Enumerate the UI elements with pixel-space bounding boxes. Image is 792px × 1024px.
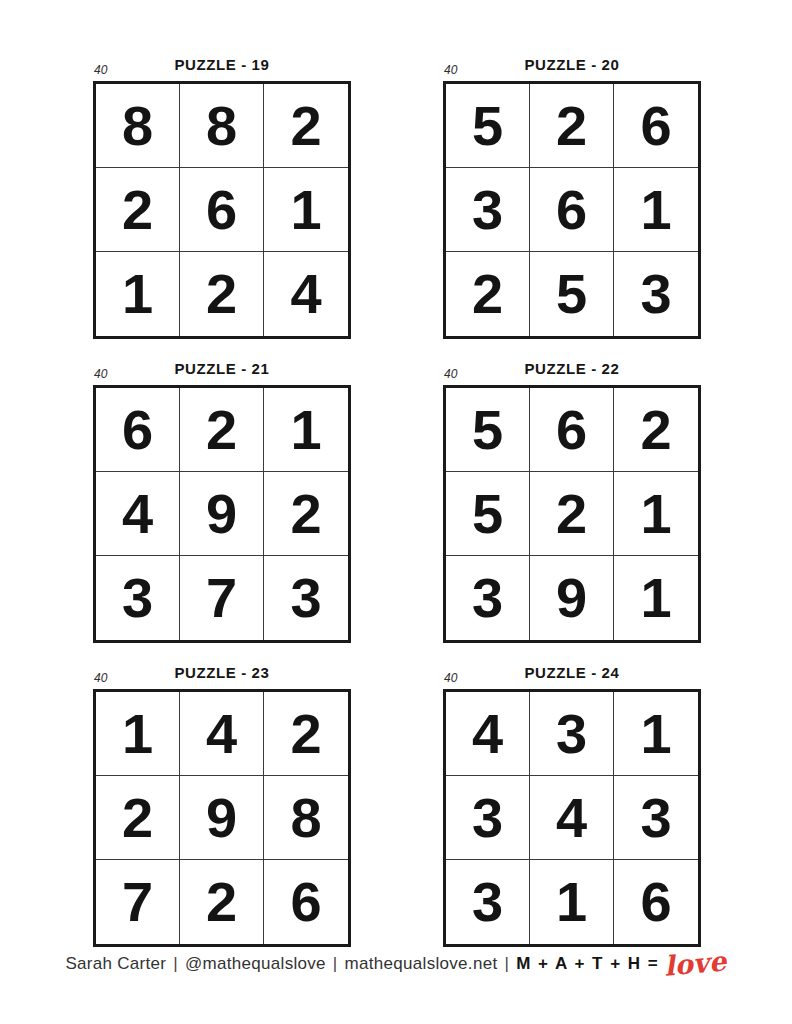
puzzle-title: PUZZLE - 21 — [93, 360, 351, 379]
grid-cell: 3 — [446, 860, 530, 944]
page-number-label: 40 — [94, 671, 107, 685]
author-name: Sarah Carter — [65, 954, 166, 973]
grid-cell: 3 — [446, 776, 530, 860]
grid-cell: 6 — [530, 168, 614, 252]
page-number-label: 40 — [444, 367, 457, 381]
page-number-label: 40 — [94, 63, 107, 77]
footer-separator: | — [504, 954, 509, 973]
grid-cell: 4 — [180, 692, 264, 776]
grid-cell: 4 — [96, 472, 180, 556]
grid-cell: 9 — [180, 776, 264, 860]
puzzle-title: PUZZLE - 20 — [443, 56, 701, 75]
puzzle-board: 6 2 1 4 9 2 3 7 3 — [93, 385, 351, 643]
puzzle-card-21: PUZZLE - 21 40 6 2 1 4 9 2 3 7 3 — [93, 360, 351, 643]
grid-cell: 9 — [530, 556, 614, 640]
grid-cell: 6 — [180, 168, 264, 252]
grid-cell: 1 — [530, 860, 614, 944]
footer-separator: | — [173, 954, 178, 973]
puzzle-card-24: PUZZLE - 24 40 4 3 1 3 4 3 3 1 6 — [443, 664, 701, 947]
puzzle-grid-area: PUZZLE - 19 40 8 8 2 2 6 1 1 2 4 PUZZLE … — [93, 56, 701, 947]
grid-cell: 6 — [264, 860, 348, 944]
puzzle-board: 5 2 6 3 6 1 2 5 3 — [443, 81, 701, 339]
grid-cell: 3 — [446, 556, 530, 640]
puzzle-card-19: PUZZLE - 19 40 8 8 2 2 6 1 1 2 4 — [93, 56, 351, 339]
grid-cell: 1 — [614, 556, 698, 640]
grid-cell: 8 — [96, 84, 180, 168]
grid-cell: 1 — [264, 388, 348, 472]
puzzle-card-22: PUZZLE - 22 40 5 6 2 5 2 1 3 9 1 — [443, 360, 701, 643]
puzzle-title: PUZZLE - 23 — [93, 664, 351, 683]
grid-cell: 3 — [530, 692, 614, 776]
grid-cell: 3 — [96, 556, 180, 640]
grid-cell: 3 — [446, 168, 530, 252]
page-number-label: 40 — [444, 63, 457, 77]
grid-cell: 3 — [614, 252, 698, 336]
grid-cell: 7 — [96, 860, 180, 944]
grid-cell: 2 — [530, 472, 614, 556]
puzzle-card-23: PUZZLE - 23 40 1 4 2 2 9 8 7 2 6 — [93, 664, 351, 947]
footer-separator: | — [333, 954, 338, 973]
puzzle-board: 5 6 2 5 2 1 3 9 1 — [443, 385, 701, 643]
grid-cell: 6 — [96, 388, 180, 472]
puzzle-board: 1 4 2 2 9 8 7 2 6 — [93, 689, 351, 947]
puzzle-title: PUZZLE - 19 — [93, 56, 351, 75]
grid-cell: 4 — [264, 252, 348, 336]
grid-cell: 2 — [96, 776, 180, 860]
grid-cell: 2 — [614, 388, 698, 472]
grid-cell: 8 — [264, 776, 348, 860]
puzzle-card-20: PUZZLE - 20 40 5 2 6 3 6 1 2 5 3 — [443, 56, 701, 339]
grid-cell: 1 — [614, 472, 698, 556]
grid-cell: 5 — [446, 472, 530, 556]
grid-cell: 5 — [446, 388, 530, 472]
worksheet-page: PUZZLE - 19 40 8 8 2 2 6 1 1 2 4 PUZZLE … — [0, 0, 792, 1024]
grid-cell: 6 — [530, 388, 614, 472]
grid-cell: 5 — [530, 252, 614, 336]
grid-cell: 2 — [264, 472, 348, 556]
grid-cell: 2 — [180, 860, 264, 944]
puzzle-board: 4 3 1 3 4 3 3 1 6 — [443, 689, 701, 947]
grid-cell: 2 — [264, 692, 348, 776]
grid-cell: 6 — [614, 860, 698, 944]
grid-cell: 2 — [96, 168, 180, 252]
grid-cell: 4 — [530, 776, 614, 860]
page-number-label: 40 — [444, 671, 457, 685]
grid-cell: 1 — [96, 252, 180, 336]
page-number-label: 40 — [94, 367, 107, 381]
footer-credit: Sarah Carter|@mathequalslove|mathequalsl… — [0, 948, 792, 979]
math-equals-text: M + A + T + H = — [516, 954, 659, 973]
grid-cell: 1 — [614, 692, 698, 776]
grid-cell: 5 — [446, 84, 530, 168]
grid-cell: 1 — [96, 692, 180, 776]
love-script-text: love — [663, 945, 728, 981]
grid-cell: 2 — [446, 252, 530, 336]
grid-cell: 2 — [530, 84, 614, 168]
puzzle-title: PUZZLE - 22 — [443, 360, 701, 379]
website-link: mathequalslove.net — [345, 954, 498, 973]
grid-cell: 8 — [180, 84, 264, 168]
puzzle-board: 8 8 2 2 6 1 1 2 4 — [93, 81, 351, 339]
grid-cell: 3 — [264, 556, 348, 640]
puzzle-title: PUZZLE - 24 — [443, 664, 701, 683]
grid-cell: 6 — [614, 84, 698, 168]
social-handle: @mathequalslove — [185, 954, 326, 973]
grid-cell: 4 — [446, 692, 530, 776]
grid-cell: 3 — [614, 776, 698, 860]
grid-cell: 2 — [264, 84, 348, 168]
grid-cell: 2 — [180, 388, 264, 472]
grid-cell: 9 — [180, 472, 264, 556]
grid-cell: 1 — [614, 168, 698, 252]
grid-cell: 1 — [264, 168, 348, 252]
grid-cell: 7 — [180, 556, 264, 640]
grid-cell: 2 — [180, 252, 264, 336]
